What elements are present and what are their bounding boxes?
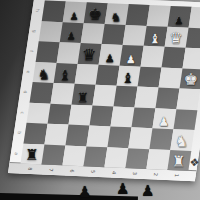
black-pawn-g7: ♟ xyxy=(66,32,75,42)
white-pawn-f4: ♟ xyxy=(125,54,135,65)
photo-frame: hgfedcba 87654321 ♜♞♝♟♟♜♛♚♟♞♝♟♟♝♛♟♚♞♜ ·É… xyxy=(0,0,200,200)
black-knight-e8: ♞ xyxy=(37,67,50,81)
square-d1 xyxy=(176,88,200,109)
square-g1 xyxy=(186,27,200,48)
black-pawn-h2: ♟ xyxy=(174,16,183,26)
black-bishop-e4: ♝ xyxy=(121,71,134,85)
captured-black-pawn-2: ♟ xyxy=(116,182,129,197)
white-king-e1: ♚ xyxy=(183,72,198,88)
square-c1 xyxy=(173,109,197,130)
board-maker-logo-icon: ❖ xyxy=(189,157,199,168)
black-knight-h5: ♞ xyxy=(110,11,121,23)
black-pawn-f5: ♟ xyxy=(104,53,114,64)
black-queen-f6: ♛ xyxy=(81,47,96,63)
chess-board: hgfedcba 87654321 ♜♞♝♟♟♜♛♚♟♞♝♟♟♝♛♟♚♞♜ ·É… xyxy=(8,0,200,181)
square-f1 xyxy=(183,48,200,69)
white-rook-a1: ♜ xyxy=(171,154,185,169)
captured-black-pawn-1: ♟ xyxy=(78,185,91,200)
black-bishop-e7: ♝ xyxy=(58,68,71,82)
captured-black-pawn-3: ♟ xyxy=(141,184,154,199)
black-rook-d6: ♜ xyxy=(76,91,88,104)
white-bishop-g3: ♝ xyxy=(148,32,160,45)
square-h1 xyxy=(189,7,200,28)
white-pawn-c2: ♟ xyxy=(158,116,169,128)
white-queen-g2: ♛ xyxy=(169,31,183,46)
black-pawn-h7: ♟ xyxy=(69,11,78,21)
board-grid xyxy=(20,0,200,170)
black-king-h6: ♚ xyxy=(88,7,102,22)
white-knight-b1: ♞ xyxy=(174,134,188,149)
black-rook-a8: ♜ xyxy=(24,148,38,163)
